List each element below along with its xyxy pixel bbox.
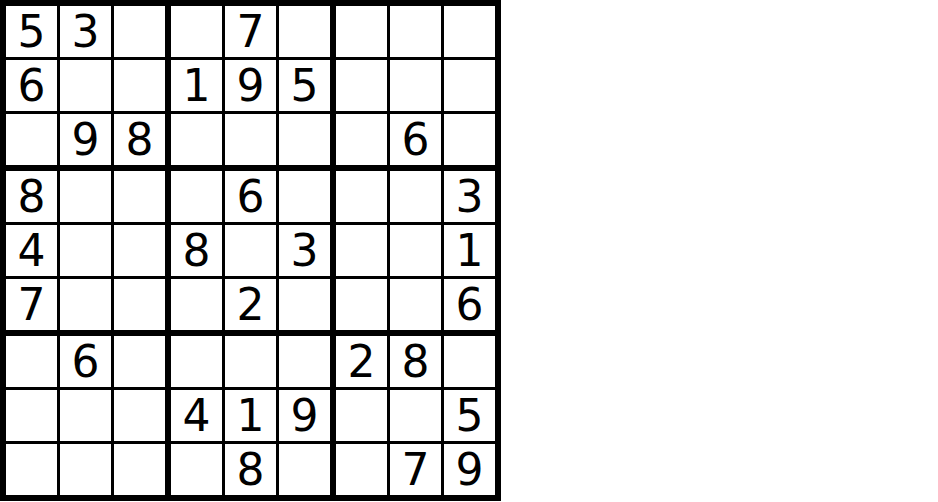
cell-r8c9-given-5[interactable]: 5	[444, 390, 495, 444]
cell-r5c2-empty[interactable]	[60, 225, 114, 279]
cell-r5c6-given-3[interactable]: 3	[279, 225, 336, 279]
cell-r5c9-given-1[interactable]: 1	[444, 225, 495, 279]
cell-r2c9-empty[interactable]	[444, 60, 495, 114]
cell-r9c2-empty[interactable]	[60, 444, 114, 495]
cell-r7c2-given-6[interactable]: 6	[60, 336, 114, 390]
cell-r4c1-given-8[interactable]: 8	[6, 171, 60, 225]
cell-r1c4-empty[interactable]	[171, 6, 225, 60]
cell-r9c4-empty[interactable]	[171, 444, 225, 495]
cell-r2c8-empty[interactable]	[390, 60, 444, 114]
cell-r1c1-given-5[interactable]: 5	[6, 6, 60, 60]
cell-r6c2-empty[interactable]	[60, 279, 114, 336]
cell-r6c7-empty[interactable]	[336, 279, 390, 336]
cell-r2c2-empty[interactable]	[60, 60, 114, 114]
cell-r2c1-given-6[interactable]: 6	[6, 60, 60, 114]
cell-r7c8-given-8[interactable]: 8	[390, 336, 444, 390]
cell-r3c2-given-9[interactable]: 9	[60, 114, 114, 171]
cell-r8c3-empty[interactable]	[114, 390, 171, 444]
cell-r7c5-empty[interactable]	[225, 336, 279, 390]
cell-r9c8-given-7[interactable]: 7	[390, 444, 444, 495]
cell-r7c9-empty[interactable]	[444, 336, 495, 390]
cell-r6c4-empty[interactable]	[171, 279, 225, 336]
cell-r6c9-given-6[interactable]: 6	[444, 279, 495, 336]
cell-r7c4-empty[interactable]	[171, 336, 225, 390]
cell-r8c5-given-1[interactable]: 1	[225, 390, 279, 444]
cell-r3c4-empty[interactable]	[171, 114, 225, 171]
cell-r4c6-empty[interactable]	[279, 171, 336, 225]
cell-r2c3-empty[interactable]	[114, 60, 171, 114]
cell-r6c6-empty[interactable]	[279, 279, 336, 336]
cell-r2c6-given-5[interactable]: 5	[279, 60, 336, 114]
cell-r7c3-empty[interactable]	[114, 336, 171, 390]
cell-r8c2-empty[interactable]	[60, 390, 114, 444]
cell-r1c2-given-3[interactable]: 3	[60, 6, 114, 60]
cell-r6c3-empty[interactable]	[114, 279, 171, 336]
cell-r4c8-empty[interactable]	[390, 171, 444, 225]
cell-r7c1-empty[interactable]	[6, 336, 60, 390]
cell-r3c9-empty[interactable]	[444, 114, 495, 171]
cell-r5c8-empty[interactable]	[390, 225, 444, 279]
cell-r4c2-empty[interactable]	[60, 171, 114, 225]
cell-r4c9-given-3[interactable]: 3	[444, 171, 495, 225]
cell-r3c5-empty[interactable]	[225, 114, 279, 171]
cell-r1c6-empty[interactable]	[279, 6, 336, 60]
cell-r7c6-empty[interactable]	[279, 336, 336, 390]
cell-r8c4-given-4[interactable]: 4	[171, 390, 225, 444]
cell-r1c9-empty[interactable]	[444, 6, 495, 60]
cell-r1c5-given-7[interactable]: 7	[225, 6, 279, 60]
cell-r3c6-empty[interactable]	[279, 114, 336, 171]
cell-r3c1-empty[interactable]	[6, 114, 60, 171]
cell-r8c7-empty[interactable]	[336, 390, 390, 444]
cell-r3c3-given-8[interactable]: 8	[114, 114, 171, 171]
cell-r6c5-given-2[interactable]: 2	[225, 279, 279, 336]
cell-r8c6-given-9[interactable]: 9	[279, 390, 336, 444]
cell-r9c3-empty[interactable]	[114, 444, 171, 495]
cell-r2c5-given-9[interactable]: 9	[225, 60, 279, 114]
cell-r9c7-empty[interactable]	[336, 444, 390, 495]
cell-r1c8-empty[interactable]	[390, 6, 444, 60]
cell-r6c1-given-7[interactable]: 7	[6, 279, 60, 336]
cell-r5c7-empty[interactable]	[336, 225, 390, 279]
cell-r2c4-given-1[interactable]: 1	[171, 60, 225, 114]
cell-r4c7-empty[interactable]	[336, 171, 390, 225]
cell-r9c1-empty[interactable]	[6, 444, 60, 495]
cell-r4c3-empty[interactable]	[114, 171, 171, 225]
cell-r4c5-given-6[interactable]: 6	[225, 171, 279, 225]
cell-r9c9-given-9[interactable]: 9	[444, 444, 495, 495]
cell-r8c8-empty[interactable]	[390, 390, 444, 444]
cell-r1c3-empty[interactable]	[114, 6, 171, 60]
cell-r5c5-empty[interactable]	[225, 225, 279, 279]
sudoku-board: 537619598686348317266284195879	[0, 0, 501, 501]
cell-r1c7-empty[interactable]	[336, 6, 390, 60]
cell-r5c4-given-8[interactable]: 8	[171, 225, 225, 279]
cell-r4c4-empty[interactable]	[171, 171, 225, 225]
cell-r7c7-given-2[interactable]: 2	[336, 336, 390, 390]
cell-r6c8-empty[interactable]	[390, 279, 444, 336]
cell-r2c7-empty[interactable]	[336, 60, 390, 114]
cell-r8c1-empty[interactable]	[6, 390, 60, 444]
cell-r9c6-empty[interactable]	[279, 444, 336, 495]
cell-r3c8-given-6[interactable]: 6	[390, 114, 444, 171]
cell-r5c1-given-4[interactable]: 4	[6, 225, 60, 279]
cell-r5c3-empty[interactable]	[114, 225, 171, 279]
cell-r3c7-empty[interactable]	[336, 114, 390, 171]
cell-r9c5-given-8[interactable]: 8	[225, 444, 279, 495]
